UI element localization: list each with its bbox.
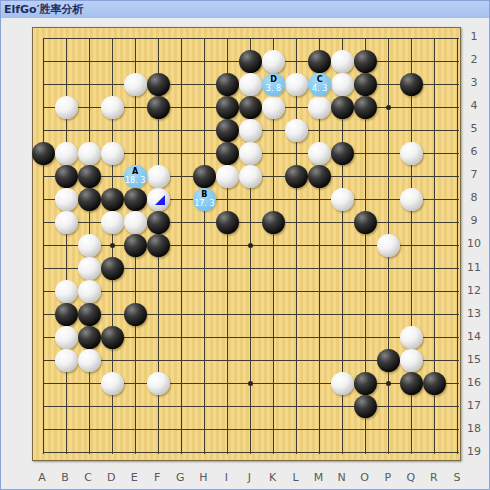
row-label: 10 [463, 237, 485, 250]
stone-black[interactable] [400, 73, 423, 96]
stone-white[interactable] [55, 280, 78, 303]
stone-white[interactable] [239, 165, 262, 188]
titlebar[interactable]: ElfGo′胜率分析 [1, 1, 489, 18]
suggestion-letter: B [201, 191, 207, 199]
stone-white[interactable] [377, 234, 400, 257]
row-label: 16 [463, 376, 485, 389]
column-label: J [242, 471, 256, 484]
grid-line [43, 406, 459, 407]
column-label: C [81, 471, 95, 484]
stone-black[interactable] [354, 73, 377, 96]
stone-white[interactable] [55, 142, 78, 165]
stone-white[interactable] [262, 96, 285, 119]
stone-black[interactable] [354, 96, 377, 119]
stone-white[interactable] [78, 142, 101, 165]
star-point [248, 381, 253, 386]
stone-black[interactable] [239, 96, 262, 119]
row-label: 12 [463, 284, 485, 297]
suggestion-winrate: 4. 3 [312, 84, 327, 93]
stone-black[interactable] [216, 73, 239, 96]
suggestion-C[interactable]: C4. 3 [308, 73, 331, 96]
stone-white[interactable] [55, 188, 78, 211]
stone-black[interactable] [147, 234, 170, 257]
column-label: O [358, 471, 372, 484]
elfgo-analysis-window: ElfGo′胜率分析 A18. 3B17. 3C4. 3D3. 8 ABCDEF… [0, 0, 490, 490]
stone-white[interactable] [331, 73, 354, 96]
column-label: H [196, 471, 210, 484]
row-label: 2 [463, 53, 485, 66]
column-label: I [219, 471, 233, 484]
stone-white[interactable] [308, 96, 331, 119]
suggestion-D[interactable]: D3. 8 [262, 73, 285, 96]
grid-line [204, 38, 205, 454]
row-label: 11 [463, 261, 485, 274]
window-title: ElfGo′胜率分析 [4, 1, 84, 18]
go-board[interactable]: A18. 3B17. 3C4. 3D3. 8 [32, 27, 461, 461]
grid-line [43, 38, 44, 454]
column-label: D [104, 471, 118, 484]
grid-line [457, 38, 458, 454]
stone-white[interactable] [400, 326, 423, 349]
stone-white[interactable] [239, 73, 262, 96]
stone-white[interactable] [262, 50, 285, 73]
stone-white[interactable] [78, 280, 101, 303]
column-label: N [335, 471, 349, 484]
stone-black[interactable] [400, 372, 423, 395]
column-label: Q [404, 471, 418, 484]
stone-white[interactable] [239, 142, 262, 165]
stone-black[interactable] [331, 142, 354, 165]
stone-white[interactable] [101, 142, 124, 165]
row-label: 6 [463, 145, 485, 158]
stone-black[interactable] [101, 326, 124, 349]
suggestion-winrate: 17. 3 [194, 199, 214, 208]
stone-white[interactable] [78, 257, 101, 280]
stone-black[interactable] [262, 211, 285, 234]
stone-black[interactable] [239, 50, 262, 73]
stone-white[interactable] [400, 188, 423, 211]
stone-white[interactable] [147, 372, 170, 395]
stone-black[interactable] [55, 303, 78, 326]
stone-black[interactable] [354, 372, 377, 395]
column-label: F [150, 471, 164, 484]
row-label: 8 [463, 191, 485, 204]
last-move-marker [155, 195, 165, 205]
stone-white[interactable] [55, 349, 78, 372]
stone-black[interactable] [331, 96, 354, 119]
grid-line [181, 38, 182, 454]
column-label: A [35, 471, 49, 484]
stone-white[interactable] [308, 142, 331, 165]
suggestion-letter: C [317, 76, 323, 84]
stone-black[interactable] [377, 349, 400, 372]
stone-black[interactable] [78, 326, 101, 349]
stone-white[interactable] [239, 119, 262, 142]
stone-white[interactable] [331, 188, 354, 211]
stone-black[interactable] [354, 50, 377, 73]
row-label: 5 [463, 122, 485, 135]
row-label: 14 [463, 330, 485, 343]
stone-black[interactable] [216, 211, 239, 234]
stone-black[interactable] [193, 165, 216, 188]
stone-black[interactable] [354, 395, 377, 418]
stone-black[interactable] [147, 73, 170, 96]
stone-black[interactable] [101, 257, 124, 280]
row-label: 9 [463, 214, 485, 227]
column-label: L [289, 471, 303, 484]
stone-white[interactable] [55, 326, 78, 349]
stone-black[interactable] [55, 165, 78, 188]
stone-white[interactable] [400, 142, 423, 165]
stone-black[interactable] [216, 96, 239, 119]
stone-white[interactable] [331, 372, 354, 395]
star-point [386, 381, 391, 386]
column-label: R [427, 471, 441, 484]
stone-black[interactable] [354, 211, 377, 234]
stone-white[interactable] [400, 349, 423, 372]
suggestion-letter: D [270, 76, 277, 84]
stone-white[interactable] [101, 372, 124, 395]
stone-white[interactable] [285, 119, 308, 142]
stone-black[interactable] [124, 234, 147, 257]
row-label: 7 [463, 168, 485, 181]
stone-black[interactable] [308, 50, 331, 73]
grid-line [43, 38, 459, 39]
stone-white[interactable] [55, 96, 78, 119]
suggestion-letter: A [132, 168, 138, 176]
stone-black[interactable] [308, 165, 331, 188]
stone-black[interactable] [78, 303, 101, 326]
stone-black[interactable] [124, 303, 147, 326]
stone-white[interactable] [147, 165, 170, 188]
star-point [110, 243, 115, 248]
stone-white[interactable] [101, 96, 124, 119]
stone-black[interactable] [423, 372, 446, 395]
column-label: G [173, 471, 187, 484]
star-point [386, 105, 391, 110]
column-label: E [127, 471, 141, 484]
row-label: 3 [463, 76, 485, 89]
row-label: 1 [463, 30, 485, 43]
row-label: 13 [463, 307, 485, 320]
row-label: 19 [463, 445, 485, 458]
grid-line [43, 314, 459, 315]
stone-white[interactable] [101, 211, 124, 234]
stone-white[interactable] [124, 211, 147, 234]
stone-black[interactable] [216, 142, 239, 165]
column-label: P [381, 471, 395, 484]
star-point [248, 243, 253, 248]
stone-black[interactable] [216, 119, 239, 142]
row-label: 15 [463, 353, 485, 366]
column-label: K [266, 471, 280, 484]
grid-line [43, 429, 459, 430]
row-label: 18 [463, 422, 485, 435]
suggestion-winrate: 18. 3 [125, 176, 145, 185]
suggestion-B[interactable]: B17. 3 [193, 188, 216, 211]
stone-white[interactable] [78, 234, 101, 257]
stone-black[interactable] [78, 165, 101, 188]
stone-black[interactable] [147, 96, 170, 119]
stone-white[interactable] [55, 211, 78, 234]
stone-white[interactable] [285, 73, 308, 96]
stone-white[interactable] [78, 349, 101, 372]
stone-black[interactable] [101, 188, 124, 211]
column-label: S [450, 471, 464, 484]
stone-white[interactable] [331, 50, 354, 73]
stone-white[interactable] [124, 73, 147, 96]
grid-line [43, 291, 459, 292]
stone-black[interactable] [147, 211, 170, 234]
stone-black[interactable] [285, 165, 308, 188]
stone-black[interactable] [78, 188, 101, 211]
stone-white[interactable] [216, 165, 239, 188]
row-label: 17 [463, 399, 485, 412]
column-label: B [58, 471, 72, 484]
suggestion-winrate: 3. 8 [266, 84, 281, 93]
stone-black[interactable] [124, 188, 147, 211]
row-label: 4 [463, 99, 485, 112]
grid-line [296, 38, 297, 454]
stone-black[interactable] [32, 142, 55, 165]
column-label: M [312, 471, 326, 484]
suggestion-A[interactable]: A18. 3 [124, 165, 147, 188]
grid-line [43, 452, 459, 453]
